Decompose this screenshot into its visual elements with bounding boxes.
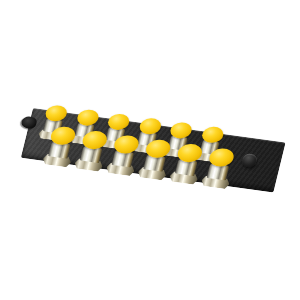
thumbscrew-right bbox=[241, 153, 258, 168]
dust-cap bbox=[170, 122, 192, 139]
dust-cap bbox=[139, 117, 161, 134]
dust-cap bbox=[201, 126, 223, 143]
adapter-group bbox=[33, 108, 286, 143]
dust-cap bbox=[76, 109, 98, 126]
dust-cap bbox=[146, 139, 171, 158]
mount-latch-left bbox=[20, 116, 38, 130]
adapter-panel bbox=[21, 108, 286, 192]
dust-cap bbox=[114, 134, 139, 153]
dust-cap bbox=[108, 113, 130, 130]
dust-cap bbox=[45, 105, 67, 122]
dust-cap bbox=[177, 143, 202, 162]
dust-cap bbox=[209, 148, 234, 167]
dust-cap bbox=[50, 126, 75, 145]
product-photo bbox=[0, 0, 300, 300]
dust-cap bbox=[82, 130, 107, 149]
